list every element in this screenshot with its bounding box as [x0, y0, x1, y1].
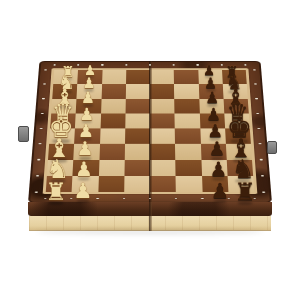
pieces-layer: ♜♟♟♜♞♟♟♞♝♟♟♝♛♟♟♛♚♟♟♚♝♟♟♝♞♟♟♞♜♟♟♜: [0, 0, 300, 300]
black-pawn[interactable]: ♟: [211, 181, 230, 202]
white-pawn[interactable]: ♟: [75, 160, 93, 180]
white-pawn[interactable]: ♟: [77, 141, 94, 160]
scene: ♜♟♟♜♞♟♟♞♝♟♟♝♛♟♟♛♚♟♟♚♝♟♟♝♞♟♟♞♜♟♟♜: [0, 0, 300, 300]
black-pawn[interactable]: ♟: [207, 123, 223, 141]
black-rook[interactable]: ♜: [234, 181, 255, 205]
white-pawn[interactable]: ♟: [74, 181, 93, 202]
black-pawn[interactable]: ♟: [208, 141, 225, 160]
white-rook[interactable]: ♜: [45, 181, 66, 205]
black-pawn[interactable]: ♟: [209, 160, 227, 180]
white-pawn[interactable]: ♟: [78, 123, 94, 141]
